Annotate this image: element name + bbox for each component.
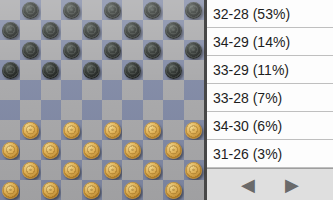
board-square[interactable] [163, 140, 183, 160]
white-man[interactable] [2, 182, 19, 199]
board-square[interactable] [0, 0, 20, 20]
white-man[interactable] [83, 182, 100, 199]
black-man[interactable] [124, 22, 141, 39]
black-man[interactable] [22, 2, 39, 19]
board-square[interactable] [82, 80, 102, 100]
board-square[interactable] [41, 40, 61, 60]
board-square[interactable] [20, 0, 40, 20]
board-square[interactable] [82, 20, 102, 40]
board-square[interactable] [143, 60, 163, 80]
board-square[interactable] [20, 180, 40, 200]
board-square[interactable] [61, 180, 81, 200]
board-square[interactable] [82, 60, 102, 80]
white-man[interactable] [165, 182, 182, 199]
prev-move-button[interactable]: ◀ [231, 172, 265, 198]
white-man[interactable] [124, 182, 141, 199]
board-square[interactable] [143, 140, 163, 160]
board-square[interactable] [41, 180, 61, 200]
board-square[interactable] [102, 160, 122, 180]
board-square[interactable] [122, 100, 142, 120]
board-square[interactable] [20, 100, 40, 120]
board-square[interactable] [122, 180, 142, 200]
black-man[interactable] [104, 42, 121, 59]
board-square[interactable] [0, 40, 20, 60]
black-man[interactable] [83, 62, 100, 79]
board-square[interactable] [20, 140, 40, 160]
board-square[interactable] [102, 140, 122, 160]
white-man[interactable] [144, 162, 161, 179]
move-list-item[interactable]: 33-29 (11%) [207, 56, 333, 84]
board-square[interactable] [0, 100, 20, 120]
board-square[interactable] [143, 20, 163, 40]
board-square[interactable] [163, 0, 183, 20]
black-man[interactable] [63, 42, 80, 59]
board-square[interactable] [20, 120, 40, 140]
move-nav-bar: ◀ ▶ [207, 168, 333, 200]
white-man[interactable] [104, 162, 121, 179]
board-square[interactable] [0, 20, 20, 40]
white-man[interactable] [185, 162, 202, 179]
board-square[interactable] [61, 60, 81, 80]
board-square[interactable] [122, 20, 142, 40]
move-list: 32-28 (53%)34-29 (14%)33-29 (11%)33-28 (… [207, 0, 333, 168]
board-square[interactable] [61, 0, 81, 20]
board-square[interactable] [0, 60, 20, 80]
board-square[interactable] [122, 120, 142, 140]
board-square[interactable] [184, 60, 204, 80]
white-man[interactable] [144, 122, 161, 139]
board-square[interactable] [41, 60, 61, 80]
move-list-item[interactable]: 34-30 (6%) [207, 112, 333, 140]
board-square[interactable] [61, 140, 81, 160]
board-square[interactable] [143, 40, 163, 60]
board-square[interactable] [41, 120, 61, 140]
board-square[interactable] [143, 160, 163, 180]
board-square[interactable] [20, 160, 40, 180]
board-square[interactable] [102, 0, 122, 20]
move-list-item[interactable]: 34-29 (14%) [207, 28, 333, 56]
board-square[interactable] [20, 40, 40, 60]
board-square[interactable] [184, 0, 204, 20]
board-square[interactable] [102, 20, 122, 40]
board-square[interactable] [184, 80, 204, 100]
next-move-button[interactable]: ▶ [275, 172, 309, 198]
board-square[interactable] [41, 100, 61, 120]
board-square[interactable] [82, 140, 102, 160]
draughts-app-window: 32-28 (53%)34-29 (14%)33-29 (11%)33-28 (… [0, 0, 333, 200]
black-man[interactable] [22, 42, 39, 59]
board-square[interactable] [122, 160, 142, 180]
board-square[interactable] [0, 180, 20, 200]
black-man[interactable] [2, 22, 19, 39]
board-square[interactable] [82, 100, 102, 120]
board-square[interactable] [61, 100, 81, 120]
board-square[interactable] [184, 120, 204, 140]
board-square[interactable] [143, 100, 163, 120]
board-square[interactable] [82, 160, 102, 180]
board-square[interactable] [184, 100, 204, 120]
white-man[interactable] [42, 142, 59, 159]
board-square[interactable] [82, 120, 102, 140]
board-square[interactable] [102, 100, 122, 120]
black-man[interactable] [124, 62, 141, 79]
board-square[interactable] [102, 180, 122, 200]
board-square[interactable] [184, 20, 204, 40]
white-man[interactable] [2, 142, 19, 159]
board-square[interactable] [0, 120, 20, 140]
board-square[interactable] [41, 160, 61, 180]
board-square[interactable] [61, 40, 81, 60]
board-square[interactable] [102, 40, 122, 60]
board-square[interactable] [184, 140, 204, 160]
white-man[interactable] [63, 162, 80, 179]
board-square[interactable] [41, 140, 61, 160]
board-square[interactable] [163, 80, 183, 100]
black-man[interactable] [144, 2, 161, 19]
right-arrow-icon: ▶ [285, 176, 299, 194]
board-square[interactable] [163, 20, 183, 40]
white-man[interactable] [63, 122, 80, 139]
black-man[interactable] [63, 2, 80, 19]
white-man[interactable] [104, 122, 121, 139]
board-square[interactable] [143, 120, 163, 140]
board-square[interactable] [41, 80, 61, 100]
board-square[interactable] [122, 40, 142, 60]
board-square[interactable] [143, 80, 163, 100]
black-man[interactable] [2, 62, 19, 79]
move-stats-panel: 32-28 (53%)34-29 (14%)33-29 (11%)33-28 (… [207, 0, 333, 200]
board-square[interactable] [82, 0, 102, 20]
board-square[interactable] [163, 180, 183, 200]
board-square[interactable] [61, 20, 81, 40]
board-square[interactable] [0, 160, 20, 180]
black-man[interactable] [185, 42, 202, 59]
board-square[interactable] [122, 80, 142, 100]
black-man[interactable] [185, 2, 202, 19]
board-square[interactable] [102, 80, 122, 100]
board-square[interactable] [163, 40, 183, 60]
board-square[interactable] [163, 160, 183, 180]
board-square[interactable] [20, 20, 40, 40]
move-list-item[interactable]: 31-26 (3%) [207, 140, 333, 168]
board-square[interactable] [41, 20, 61, 40]
board-square[interactable] [184, 40, 204, 60]
board-square[interactable] [163, 100, 183, 120]
black-man[interactable] [165, 62, 182, 79]
board-square[interactable] [122, 140, 142, 160]
board-square[interactable] [82, 180, 102, 200]
board-square[interactable] [61, 120, 81, 140]
board-square[interactable] [20, 80, 40, 100]
move-list-item[interactable]: 33-28 (7%) [207, 84, 333, 112]
board-square[interactable] [0, 140, 20, 160]
draughts-board[interactable] [0, 0, 204, 200]
board-square[interactable] [143, 180, 163, 200]
white-man[interactable] [165, 142, 182, 159]
board-square[interactable] [143, 0, 163, 20]
black-man[interactable] [42, 62, 59, 79]
black-man[interactable] [104, 2, 121, 19]
board-square[interactable] [20, 60, 40, 80]
board-square[interactable] [41, 0, 61, 20]
board-square[interactable] [163, 120, 183, 140]
white-man[interactable] [22, 162, 39, 179]
board-square[interactable] [102, 60, 122, 80]
white-man[interactable] [124, 142, 141, 159]
board-square[interactable] [184, 180, 204, 200]
board-square[interactable] [122, 60, 142, 80]
black-man[interactable] [144, 42, 161, 59]
board-square[interactable] [61, 160, 81, 180]
board-square[interactable] [122, 0, 142, 20]
board-square[interactable] [163, 60, 183, 80]
left-arrow-icon: ◀ [241, 176, 255, 194]
board-square[interactable] [61, 80, 81, 100]
black-man[interactable] [165, 22, 182, 39]
white-man[interactable] [83, 142, 100, 159]
board-square[interactable] [0, 80, 20, 100]
black-man[interactable] [83, 22, 100, 39]
white-man[interactable] [42, 182, 59, 199]
board-square[interactable] [82, 40, 102, 60]
white-man[interactable] [22, 122, 39, 139]
move-list-item[interactable]: 32-28 (53%) [207, 0, 333, 28]
white-man[interactable] [185, 122, 202, 139]
board-square[interactable] [184, 160, 204, 180]
black-man[interactable] [42, 22, 59, 39]
board-square[interactable] [102, 120, 122, 140]
